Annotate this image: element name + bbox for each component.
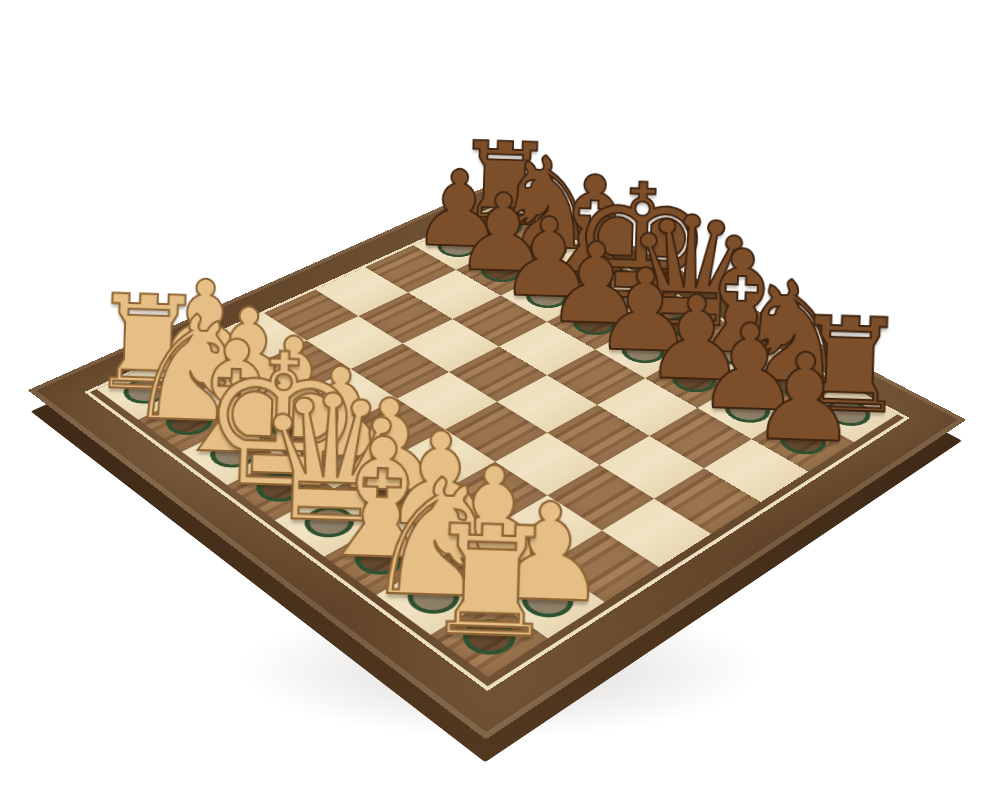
board-squares: ♜♞♝♚♛♝♞♜♟♟♟♟♟♟♟♟♟♟♟♟♟♟♟♟♜♞♝♚♛♝♞♜ [97, 204, 898, 677]
photo-stage: ♜♞♝♚♛♝♞♜♟♟♟♟♟♟♟♟♟♟♟♟♟♟♟♟♜♞♝♚♛♝♞♜ [0, 0, 1000, 800]
chess-board: ♜♞♝♚♛♝♞♜♟♟♟♟♟♟♟♟♟♟♟♟♟♟♟♟♜♞♝♚♛♝♞♜ [28, 178, 967, 739]
scene: ♜♞♝♚♛♝♞♜♟♟♟♟♟♟♟♟♟♟♟♟♟♟♟♟♜♞♝♚♛♝♞♜ [0, 0, 1000, 800]
square-d5 [497, 375, 597, 433]
black-pawn: ♟ [749, 339, 860, 457]
square-a1: ♜ [431, 598, 548, 676]
board-frame: ♜♞♝♚♛♝♞♜♟♟♟♟♟♟♟♟♟♟♟♟♟♟♟♟♜♞♝♚♛♝♞♜ [28, 178, 967, 739]
board-inlay-line: ♜♞♝♚♛♝♞♜♟♟♟♟♟♟♟♟♟♟♟♟♟♟♟♟♜♞♝♚♛♝♞♜ [84, 202, 909, 691]
white-rook: ♜ [421, 508, 561, 656]
